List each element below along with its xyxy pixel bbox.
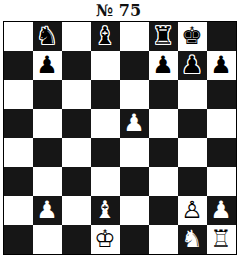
- square-f6[interactable]: [149, 80, 178, 109]
- black-pawn-icon: ♟: [210, 51, 232, 80]
- white-bishop-icon: ♝: [94, 196, 116, 225]
- square-d2[interactable]: ♝: [91, 196, 120, 225]
- square-g7[interactable]: ♟: [178, 51, 207, 80]
- square-a4[interactable]: [4, 138, 33, 167]
- black-pawn-icon: ♟: [152, 51, 174, 80]
- square-h5[interactable]: [207, 109, 236, 138]
- square-g2[interactable]: ♙: [178, 196, 207, 225]
- square-e8[interactable]: [120, 22, 149, 51]
- square-h6[interactable]: [207, 80, 236, 109]
- square-d4[interactable]: [91, 138, 120, 167]
- square-a7[interactable]: [4, 51, 33, 80]
- square-f8[interactable]: ♜: [149, 22, 178, 51]
- square-g1[interactable]: ♞: [178, 225, 207, 254]
- square-b5[interactable]: [33, 109, 62, 138]
- puzzle-number: № 75: [0, 0, 237, 21]
- black-knight-icon: ♞: [36, 22, 58, 51]
- white-pawn-icon: ♟: [210, 196, 232, 225]
- square-a6[interactable]: [4, 80, 33, 109]
- square-d1[interactable]: ♔: [91, 225, 120, 254]
- square-e5[interactable]: ♟: [120, 109, 149, 138]
- square-d8[interactable]: ♝: [91, 22, 120, 51]
- black-rook-icon: ♜: [152, 22, 174, 51]
- square-d3[interactable]: [91, 167, 120, 196]
- square-e3[interactable]: [120, 167, 149, 196]
- square-g3[interactable]: [178, 167, 207, 196]
- square-h2[interactable]: ♟: [207, 196, 236, 225]
- square-a5[interactable]: [4, 109, 33, 138]
- square-h8[interactable]: [207, 22, 236, 51]
- square-b6[interactable]: [33, 80, 62, 109]
- square-e2[interactable]: [120, 196, 149, 225]
- square-c6[interactable]: [62, 80, 91, 109]
- square-a8[interactable]: [4, 22, 33, 51]
- square-h1[interactable]: ♖: [207, 225, 236, 254]
- square-e4[interactable]: [120, 138, 149, 167]
- square-a3[interactable]: [4, 167, 33, 196]
- square-d5[interactable]: [91, 109, 120, 138]
- square-d7[interactable]: [91, 51, 120, 80]
- square-f1[interactable]: [149, 225, 178, 254]
- square-g6[interactable]: [178, 80, 207, 109]
- square-e6[interactable]: [120, 80, 149, 109]
- square-h4[interactable]: [207, 138, 236, 167]
- white-pawn-icon: ♟: [36, 196, 58, 225]
- square-c5[interactable]: [62, 109, 91, 138]
- square-c2[interactable]: [62, 196, 91, 225]
- board-container: ♞♝♜♚♟♟♟♟♟♟♝♙♟♔♞♖: [3, 21, 235, 255]
- white-knight-icon: ♞: [181, 225, 203, 254]
- square-b7[interactable]: ♟: [33, 51, 62, 80]
- black-pawn-icon: ♟: [36, 51, 58, 80]
- square-a2[interactable]: [4, 196, 33, 225]
- square-c4[interactable]: [62, 138, 91, 167]
- square-b8[interactable]: ♞: [33, 22, 62, 51]
- white-pawn-icon: ♟: [123, 109, 145, 138]
- black-pawn-icon: ♟: [181, 51, 203, 80]
- black-bishop-icon: ♝: [94, 22, 116, 51]
- square-h3[interactable]: [207, 167, 236, 196]
- square-c1[interactable]: [62, 225, 91, 254]
- square-f2[interactable]: [149, 196, 178, 225]
- square-c8[interactable]: [62, 22, 91, 51]
- square-d6[interactable]: [91, 80, 120, 109]
- square-f7[interactable]: ♟: [149, 51, 178, 80]
- black-king-icon: ♚: [181, 22, 203, 51]
- square-a1[interactable]: [4, 225, 33, 254]
- chess-board: ♞♝♜♚♟♟♟♟♟♟♝♙♟♔♞♖: [3, 21, 237, 255]
- square-g4[interactable]: [178, 138, 207, 167]
- square-b2[interactable]: ♟: [33, 196, 62, 225]
- square-b4[interactable]: [33, 138, 62, 167]
- square-f5[interactable]: [149, 109, 178, 138]
- square-g5[interactable]: [178, 109, 207, 138]
- square-h7[interactable]: ♟: [207, 51, 236, 80]
- square-c7[interactable]: [62, 51, 91, 80]
- white-pawn-icon: ♙: [181, 196, 203, 225]
- square-b3[interactable]: [33, 167, 62, 196]
- square-e7[interactable]: [120, 51, 149, 80]
- white-king-icon: ♔: [94, 225, 116, 254]
- white-rook-icon: ♖: [210, 225, 232, 254]
- square-b1[interactable]: [33, 225, 62, 254]
- square-e1[interactable]: [120, 225, 149, 254]
- square-f4[interactable]: [149, 138, 178, 167]
- square-f3[interactable]: [149, 167, 178, 196]
- square-g8[interactable]: ♚: [178, 22, 207, 51]
- square-c3[interactable]: [62, 167, 91, 196]
